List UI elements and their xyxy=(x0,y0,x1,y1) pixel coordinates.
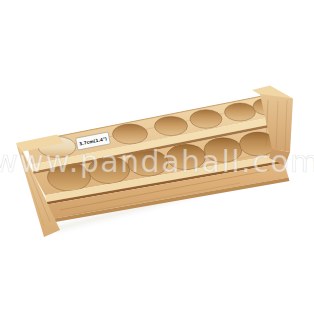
product-photo: 3.7cm(1.4") www.pandahall.com xyxy=(0,0,314,314)
mancala-rack-scene: 3.7cm(1.4") www.pandahall.com xyxy=(0,0,314,314)
pit-top-3[interactable] xyxy=(155,116,188,135)
pit-top-4[interactable] xyxy=(190,110,222,129)
watermark-text: www.pandahall.com xyxy=(0,144,314,179)
pit-top-2[interactable] xyxy=(113,124,148,144)
pit-top-5[interactable] xyxy=(225,103,256,121)
